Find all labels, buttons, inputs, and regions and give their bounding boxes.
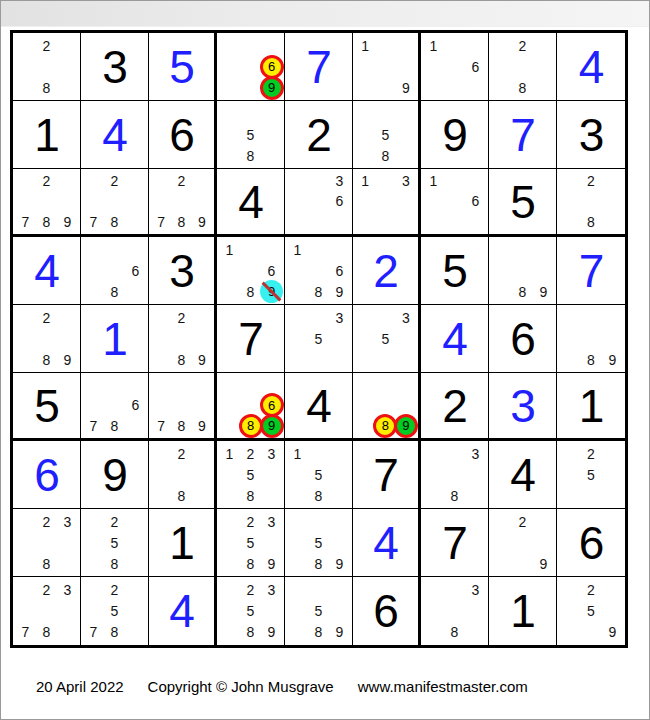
candidate-pos-8: 8: [580, 212, 601, 232]
candidate-pos-7: 7: [83, 622, 104, 643]
candidate-grid: 258: [81, 509, 148, 576]
candidate-pos-4: [355, 56, 375, 77]
candidate-pos-2: 2: [36, 171, 57, 191]
candidate-pos-3: [533, 239, 554, 260]
cell-r2c4[interactable]: 58: [217, 101, 285, 169]
candidate-pos-4: [355, 124, 375, 145]
candidate-pos-3: [329, 511, 350, 532]
candidate-pos-6: [192, 328, 212, 349]
given-digit: 1: [169, 520, 194, 566]
cell-r3c1[interactable]: 2789: [13, 169, 81, 237]
candidate-pos-7: [219, 416, 240, 436]
candidate-pos-2: 2: [240, 443, 261, 464]
candidate-pos-4: [219, 56, 240, 77]
candidate-pos-3: [192, 375, 212, 395]
candidate-pos-7: [491, 281, 512, 302]
cell-r9c6[interactable]: 6: [353, 577, 421, 645]
footer-copyright: Copyright © John Musgrave: [148, 678, 334, 695]
given-digit: 7: [238, 316, 263, 362]
cell-r9c8[interactable]: 1: [489, 577, 557, 645]
circled-candidate: 9: [260, 414, 284, 438]
given-digit: 7: [442, 520, 467, 566]
cell-r5c4[interactable]: 7: [217, 305, 285, 373]
candidate-pos-6: [261, 124, 282, 145]
cell-r6c5[interactable]: 4: [285, 373, 353, 441]
candidate-pos-3: 3: [329, 171, 350, 191]
cell-r8c9[interactable]: 6: [557, 509, 625, 577]
candidate-grid: 38: [421, 577, 488, 645]
cell-r8c8[interactable]: 29: [489, 509, 557, 577]
candidate-pos-5: [308, 191, 329, 211]
candidate-pos-5: [444, 56, 465, 77]
candidate-pos-8: 8: [240, 485, 261, 506]
candidate-pos-4: [219, 464, 240, 485]
cell-r3c3[interactable]: 2789: [149, 169, 217, 237]
candidate-grid: 16: [421, 169, 488, 234]
candidate-pos-1: [423, 579, 444, 600]
cell-r7c2[interactable]: 9: [81, 441, 149, 509]
cell-r4c4[interactable]: 1689: [217, 237, 285, 305]
candidate-grid: 238: [13, 509, 80, 576]
candidate-grid: 2789: [149, 169, 214, 234]
candidate-pos-5: 5: [375, 328, 395, 349]
candidate-pos-6: 6: [465, 56, 486, 77]
candidate-pos-1: 1: [423, 35, 444, 56]
candidate-pos-7: 7: [83, 212, 104, 232]
cell-r2c8[interactable]: 7: [489, 101, 557, 169]
cell-r4c7[interactable]: 5: [421, 237, 489, 305]
candidate-pos-2: 2: [171, 307, 191, 328]
cell-r1c3[interactable]: 5: [149, 33, 217, 101]
candidate-pos-1: [559, 443, 580, 464]
circled-candidate: 9: [394, 414, 418, 438]
cell-r1c2[interactable]: 3: [81, 33, 149, 101]
cell-r7c6[interactable]: 7: [353, 441, 421, 509]
circled-candidate: 8: [239, 414, 263, 438]
candidate-pos-5: [36, 191, 57, 211]
cell-r1c1[interactable]: 28: [13, 33, 81, 101]
candidate-pos-5: [580, 191, 601, 211]
cell-r7c4[interactable]: 12358: [217, 441, 285, 509]
candidate-pos-4: [423, 600, 444, 621]
candidate-pos-1: [287, 171, 308, 191]
candidate-grid: 12358: [217, 441, 284, 508]
candidate-pos-7: [423, 622, 444, 643]
cell-r9c9[interactable]: 259: [557, 577, 625, 645]
candidate-pos-5: 5: [308, 328, 329, 349]
given-digit: 3: [102, 44, 127, 90]
cell-r3c6[interactable]: 13: [353, 169, 421, 237]
candidate-pos-5: [104, 260, 125, 281]
candidate-pos-4: [287, 191, 308, 211]
candidate-pos-1: [151, 307, 171, 328]
candidate-pos-3: [329, 579, 350, 600]
candidate-grid: 35: [353, 305, 418, 372]
candidate-pos-3: [329, 443, 350, 464]
cell-r4c5[interactable]: 1689: [285, 237, 353, 305]
candidate-grid: 16: [421, 33, 488, 100]
candidate-pos-2: [308, 171, 329, 191]
candidate-pos-3: [396, 35, 416, 56]
candidate-pos-4: [219, 395, 240, 415]
cell-r4c9[interactable]: 7: [557, 237, 625, 305]
cell-r2c7[interactable]: 9: [421, 101, 489, 169]
candidate-pos-1: [287, 511, 308, 532]
candidate-pos-5: [240, 56, 261, 77]
candidate-grid: 29: [489, 509, 556, 576]
candidate-pos-9: [125, 212, 146, 232]
cell-r3c5[interactable]: 36: [285, 169, 353, 237]
candidate-pos-7: [559, 485, 580, 506]
cell-r7c1[interactable]: 6: [13, 441, 81, 509]
candidate-pos-8: 8: [171, 212, 191, 232]
candidate-grid: 1689: [217, 237, 284, 304]
footer-website: www.manifestmaster.com: [358, 678, 528, 695]
candidate-pos-2: 2: [104, 579, 125, 600]
candidate-pos-9: [465, 77, 486, 98]
candidate-pos-8: 8: [308, 553, 329, 574]
candidate-pos-1: [151, 375, 171, 395]
cell-r8c1[interactable]: 238: [13, 509, 81, 577]
candidate-pos-4: [355, 328, 375, 349]
candidate-pos-5: 5: [240, 532, 261, 553]
candidate-pos-3: [602, 443, 623, 464]
candidate-pos-2: 2: [104, 511, 125, 532]
solved-digit: 7: [510, 112, 535, 158]
candidate-pos-7: 7: [15, 622, 36, 643]
candidate-pos-6: [396, 124, 416, 145]
candidate-pos-3: 3: [396, 307, 416, 328]
candidate-pos-2: [308, 511, 329, 532]
candidate-pos-8: 8: [104, 416, 125, 436]
candidate-pos-3: [125, 239, 146, 260]
candidate-pos-1: [83, 171, 104, 191]
candidate-pos-1: [83, 579, 104, 600]
candidate-grid: 38: [421, 441, 488, 508]
cell-r6c2[interactable]: 678: [81, 373, 149, 441]
given-digit: 6: [510, 316, 535, 362]
cell-r5c6[interactable]: 35: [353, 305, 421, 373]
candidate-pos-4: [15, 532, 36, 553]
candidate-pos-4: [83, 260, 104, 281]
given-digit: 5: [442, 248, 467, 294]
candidate-pos-4: [15, 600, 36, 621]
candidate-pos-8: [240, 77, 261, 98]
candidate-pos-7: [287, 622, 308, 643]
cell-r8c5[interactable]: 589: [285, 509, 353, 577]
cell-r5c8[interactable]: 6: [489, 305, 557, 373]
cell-r4c3[interactable]: 3: [149, 237, 217, 305]
candidate-pos-2: [444, 35, 465, 56]
candidate-pos-2: [104, 375, 125, 395]
candidate-grid: 89: [557, 305, 625, 372]
cell-r5c2[interactable]: 1: [81, 305, 149, 373]
candidate-pos-4: [355, 191, 375, 211]
cell-r9c2[interactable]: 2578: [81, 577, 149, 645]
candidate-pos-3: [125, 579, 146, 600]
candidate-pos-1: [83, 239, 104, 260]
cell-r1c9[interactable]: 4: [557, 33, 625, 101]
cell-r1c8[interactable]: 28: [489, 33, 557, 101]
candidate-pos-7: [423, 485, 444, 506]
cell-r4c1[interactable]: 4: [13, 237, 81, 305]
candidate-pos-7: [355, 416, 375, 436]
candidate-grid: 89: [353, 373, 418, 438]
candidate-pos-2: [580, 307, 601, 328]
candidate-pos-4: [287, 532, 308, 553]
candidate-pos-9: [465, 212, 486, 232]
cell-r4c8[interactable]: 89: [489, 237, 557, 305]
candidate-grid: 23589: [217, 577, 284, 645]
candidate-pos-7: [491, 553, 512, 574]
candidate-pos-3: [329, 239, 350, 260]
candidate-pos-3: 3: [261, 443, 282, 464]
candidate-pos-1: 1: [219, 239, 240, 260]
candidate-pos-9: [261, 485, 282, 506]
candidate-pos-6: [396, 56, 416, 77]
candidate-pos-4: [83, 600, 104, 621]
candidate-pos-7: [83, 553, 104, 574]
cell-r1c7[interactable]: 16: [421, 33, 489, 101]
cell-r5c5[interactable]: 35: [285, 305, 353, 373]
candidate-pos-5: [171, 328, 191, 349]
circled-candidate: 6: [260, 55, 284, 79]
candidate-pos-2: [375, 307, 395, 328]
cell-r1c5[interactable]: 7: [285, 33, 353, 101]
candidate-pos-4: [559, 600, 580, 621]
candidate-pos-9: [329, 349, 350, 370]
given-digit: 9: [442, 112, 467, 158]
candidate-pos-9: [602, 212, 623, 232]
cell-r5c7[interactable]: 4: [421, 305, 489, 373]
candidate-grid: 69: [217, 33, 284, 100]
cell-r4c6[interactable]: 2: [353, 237, 421, 305]
candidate-pos-4: [423, 56, 444, 77]
candidate-pos-9: 9: [329, 622, 350, 643]
candidate-pos-7: 7: [151, 416, 171, 436]
cell-r6c8[interactable]: 3: [489, 373, 557, 441]
candidate-pos-7: [287, 349, 308, 370]
candidate-pos-7: [559, 212, 580, 232]
cell-r6c4[interactable]: 689: [217, 373, 285, 441]
cell-r7c7[interactable]: 38: [421, 441, 489, 509]
candidate-pos-5: [36, 600, 57, 621]
solved-digit: 4: [373, 520, 398, 566]
candidate-pos-1: [15, 171, 36, 191]
cell-r9c5[interactable]: 589: [285, 577, 353, 645]
candidate-pos-3: [396, 375, 416, 395]
cell-r6c9[interactable]: 1: [557, 373, 625, 441]
cell-r3c8[interactable]: 5: [489, 169, 557, 237]
candidate-pos-6: [602, 600, 623, 621]
candidate-pos-8: 8: [240, 281, 261, 302]
cell-r3c9[interactable]: 28: [557, 169, 625, 237]
candidate-pos-7: [287, 485, 308, 506]
cell-r7c3[interactable]: 28: [149, 441, 217, 509]
candidate-pos-4: [219, 532, 240, 553]
candidate-pos-9: 9: [533, 281, 554, 302]
candidate-pos-6: [602, 464, 623, 485]
cell-r8c4[interactable]: 23589: [217, 509, 285, 577]
candidate-pos-9: 9: [261, 281, 282, 302]
solved-digit: 6: [34, 452, 59, 498]
cell-r2c9[interactable]: 3: [557, 101, 625, 169]
candidate-pos-9: [329, 212, 350, 232]
candidate-pos-4: [151, 328, 171, 349]
candidate-pos-8: [444, 212, 465, 232]
candidate-pos-9: 9: [329, 553, 350, 574]
candidate-pos-1: [219, 35, 240, 56]
candidate-pos-1: [151, 443, 171, 464]
candidate-pos-8: 8: [104, 212, 125, 232]
given-digit: 6: [373, 588, 398, 634]
cell-r1c4[interactable]: 69: [217, 33, 285, 101]
candidate-grid: 58: [353, 101, 418, 168]
cell-r6c6[interactable]: 89: [353, 373, 421, 441]
candidate-pos-3: [192, 307, 212, 328]
candidate-pos-4: [219, 260, 240, 281]
candidate-pos-9: [125, 622, 146, 643]
cell-r6c7[interactable]: 2: [421, 373, 489, 441]
candidate-pos-6: 6: [465, 191, 486, 211]
cell-r9c7[interactable]: 38: [421, 577, 489, 645]
candidate-pos-2: 2: [580, 443, 601, 464]
candidate-grid: 58: [217, 101, 284, 168]
candidate-pos-2: [308, 579, 329, 600]
candidate-pos-8: 8: [308, 622, 329, 643]
cell-r7c5[interactable]: 158: [285, 441, 353, 509]
cell-r9c4[interactable]: 23589: [217, 577, 285, 645]
candidate-grid: 589: [285, 577, 352, 645]
candidate-grid: 289: [149, 305, 214, 372]
cell-r7c8[interactable]: 4: [489, 441, 557, 509]
cell-r5c1[interactable]: 289: [13, 305, 81, 373]
candidate-pos-3: 3: [465, 579, 486, 600]
cell-r6c1[interactable]: 5: [13, 373, 81, 441]
candidate-pos-6: [261, 532, 282, 553]
candidate-pos-9: 9: [396, 416, 416, 436]
candidate-pos-6: [57, 56, 78, 77]
candidate-pos-8: 8: [375, 416, 395, 436]
candidate-pos-1: [559, 579, 580, 600]
candidate-pos-5: [36, 56, 57, 77]
cell-r3c2[interactable]: 278: [81, 169, 149, 237]
candidate-pos-8: [580, 622, 601, 643]
given-digit: 4: [238, 179, 263, 225]
candidate-pos-2: 2: [36, 35, 57, 56]
solved-digit: 4: [442, 316, 467, 362]
candidate-pos-5: [580, 328, 601, 349]
cell-r2c1[interactable]: 1: [13, 101, 81, 169]
candidate-pos-8: 8: [104, 622, 125, 643]
candidate-pos-9: [125, 281, 146, 302]
candidate-pos-6: [57, 328, 78, 349]
cell-r2c5[interactable]: 2: [285, 101, 353, 169]
cell-r9c3[interactable]: 4: [149, 577, 217, 645]
candidate-pos-6: 6: [261, 395, 282, 415]
candidate-pos-1: 1: [287, 443, 308, 464]
cell-r8c2[interactable]: 258: [81, 509, 149, 577]
cell-r8c3[interactable]: 1: [149, 509, 217, 577]
cell-r3c4[interactable]: 4: [217, 169, 285, 237]
cell-r8c6[interactable]: 4: [353, 509, 421, 577]
candidate-pos-9: [602, 485, 623, 506]
candidate-pos-5: 5: [240, 600, 261, 621]
candidate-pos-4: [83, 191, 104, 211]
candidate-grid: 13: [353, 169, 418, 234]
candidate-pos-3: [192, 443, 212, 464]
candidate-pos-3: [533, 35, 554, 56]
candidate-pos-6: [396, 395, 416, 415]
candidate-pos-9: [396, 145, 416, 166]
cell-r5c9[interactable]: 89: [557, 305, 625, 373]
cell-r4c2[interactable]: 68: [81, 237, 149, 305]
candidate-pos-1: [287, 579, 308, 600]
cell-r6c3[interactable]: 789: [149, 373, 217, 441]
candidate-pos-9: 9: [261, 622, 282, 643]
candidate-pos-9: [261, 145, 282, 166]
candidate-grid: 89: [489, 237, 556, 304]
solved-digit: 1: [102, 316, 127, 362]
candidate-pos-3: 3: [57, 511, 78, 532]
candidate-grid: 678: [81, 373, 148, 438]
candidate-pos-2: 2: [36, 511, 57, 532]
candidate-pos-9: 9: [192, 349, 212, 370]
cell-r9c1[interactable]: 2378: [13, 577, 81, 645]
cell-r2c6[interactable]: 58: [353, 101, 421, 169]
candidate-pos-2: [104, 239, 125, 260]
candidate-pos-5: 5: [308, 464, 329, 485]
candidate-pos-2: [171, 375, 191, 395]
candidate-pos-4: [423, 191, 444, 211]
cell-r5c3[interactable]: 289: [149, 305, 217, 373]
candidate-pos-3: 3: [465, 443, 486, 464]
candidate-pos-6: [192, 464, 212, 485]
candidate-pos-1: [15, 579, 36, 600]
cell-r8c7[interactable]: 7: [421, 509, 489, 577]
candidate-pos-6: [57, 532, 78, 553]
candidate-pos-7: [287, 281, 308, 302]
given-digit: 2: [442, 383, 467, 429]
cell-r7c9[interactable]: 25: [557, 441, 625, 509]
candidate-pos-8: 8: [171, 416, 191, 436]
candidate-pos-8: [308, 212, 329, 232]
candidate-grid: 2789: [13, 169, 80, 234]
cell-r1c6[interactable]: 19: [353, 33, 421, 101]
candidate-pos-1: [219, 103, 240, 124]
given-digit: 5: [510, 179, 535, 225]
candidate-pos-5: [36, 532, 57, 553]
candidate-pos-8: [308, 349, 329, 370]
cell-r3c7[interactable]: 16: [421, 169, 489, 237]
candidate-pos-1: [491, 511, 512, 532]
candidate-pos-7: 7: [151, 212, 171, 232]
candidate-pos-8: 8: [512, 77, 533, 98]
candidate-grid: 789: [149, 373, 214, 438]
candidate-pos-3: 3: [396, 171, 416, 191]
candidate-pos-3: [465, 171, 486, 191]
candidate-pos-7: [219, 485, 240, 506]
solved-digit: 4: [34, 248, 59, 294]
candidate-pos-2: 2: [36, 307, 57, 328]
candidate-pos-6: [602, 328, 623, 349]
candidate-pos-2: [308, 239, 329, 260]
candidate-pos-6: [125, 532, 146, 553]
candidate-pos-6: 6: [329, 260, 350, 281]
cell-r2c2[interactable]: 4: [81, 101, 149, 169]
candidate-pos-4: [151, 191, 171, 211]
cell-r2c3[interactable]: 6: [149, 101, 217, 169]
